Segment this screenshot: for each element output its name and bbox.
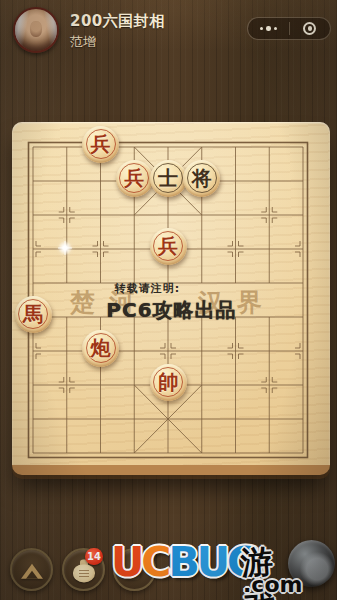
piece-red-cannon[interactable]: 炮	[82, 330, 119, 367]
piece-red-general[interactable]: 帥	[150, 364, 187, 401]
app-screen: 200六国封相 范增 楚河 汉界 兵兵士将兵馬炮帥 转载请注明: PC6攻略出品	[0, 0, 337, 600]
player-name: 范增	[70, 34, 165, 50]
obscured-icon	[130, 560, 140, 580]
miniprogram-capsule	[247, 17, 331, 40]
chevron-up-icon	[21, 563, 43, 578]
more-button[interactable]	[248, 18, 289, 39]
player-avatar	[13, 7, 59, 53]
river-label-right: 汉界	[198, 286, 276, 319]
piece-red-soldier-b[interactable]: 兵	[116, 160, 153, 197]
river-label-left: 楚河	[70, 286, 148, 319]
piece-red-soldier-c[interactable]: 兵	[150, 228, 187, 265]
three-dots-icon	[260, 26, 277, 31]
piece-red-soldier-a[interactable]: 兵	[82, 126, 119, 163]
piece-black-advisor[interactable]: 士	[150, 160, 187, 197]
page-title: 200六国封相	[70, 12, 165, 30]
piece-red-horse[interactable]: 馬	[15, 296, 52, 333]
tips-count-badge: 14	[85, 548, 103, 565]
ink-stone-button[interactable]	[288, 540, 335, 587]
title-block: 200六国封相 范增	[70, 12, 165, 50]
exit-button[interactable]	[290, 18, 331, 39]
obscured-button[interactable]	[113, 548, 156, 591]
piece-black-general[interactable]: 将	[183, 160, 220, 197]
coin-count: 42	[242, 560, 260, 575]
target-circle-icon	[303, 22, 316, 35]
header-bar: 200六国封相 范增	[0, 0, 337, 60]
expand-button[interactable]	[10, 548, 53, 591]
